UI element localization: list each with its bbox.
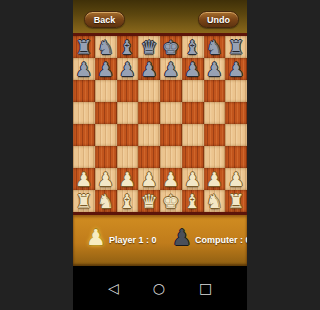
square-f7[interactable]: ♟ <box>182 58 204 80</box>
square-f3[interactable] <box>182 146 204 168</box>
square-h8[interactable]: ♜ <box>225 36 247 58</box>
square-e5[interactable] <box>160 102 182 124</box>
square-b8[interactable]: ♞ <box>95 36 117 58</box>
square-g4[interactable] <box>204 124 226 146</box>
square-g7[interactable]: ♟ <box>204 58 226 80</box>
black-piece-b: ♝ <box>119 36 136 58</box>
score-bar: ♟ Player 1 : 0 ♟ Computer : 0 <box>73 215 247 266</box>
square-b4[interactable] <box>95 124 117 146</box>
square-h5[interactable] <box>225 102 247 124</box>
black-piece-n: ♞ <box>97 36 114 58</box>
square-d8[interactable]: ♛ <box>138 36 160 58</box>
white-piece-n: ♞ <box>206 190 223 212</box>
chess-board: ♜♞♝♛♚♝♞♜♟♟♟♟♟♟♟♟♟♟♟♟♟♟♟♟♜♞♝♛♚♝♞♜ <box>73 36 247 212</box>
square-a7[interactable]: ♟ <box>73 58 95 80</box>
square-e6[interactable] <box>160 80 182 102</box>
square-c2[interactable]: ♟ <box>117 168 139 190</box>
white-piece-k: ♚ <box>162 190 179 212</box>
square-a5[interactable] <box>73 102 95 124</box>
square-h1[interactable]: ♜ <box>225 190 247 212</box>
black-piece-p: ♟ <box>119 58 136 80</box>
white-piece-p: ♟ <box>228 168 245 190</box>
square-b6[interactable] <box>95 80 117 102</box>
square-a8[interactable]: ♜ <box>73 36 95 58</box>
black-piece-r: ♜ <box>75 36 92 58</box>
android-nav-bar: ◁ ○ □ <box>73 266 247 310</box>
black-piece-k: ♚ <box>162 36 179 58</box>
square-c4[interactable] <box>117 124 139 146</box>
black-piece-b: ♝ <box>184 36 201 58</box>
white-piece-p: ♟ <box>162 168 179 190</box>
black-piece-p: ♟ <box>184 58 201 80</box>
square-b2[interactable]: ♟ <box>95 168 117 190</box>
square-d6[interactable] <box>138 80 160 102</box>
square-c7[interactable]: ♟ <box>117 58 139 80</box>
white-piece-r: ♜ <box>75 190 92 212</box>
white-piece-b: ♝ <box>119 190 136 212</box>
white-piece-b: ♝ <box>184 190 201 212</box>
white-piece-p: ♟ <box>119 168 136 190</box>
square-c8[interactable]: ♝ <box>117 36 139 58</box>
square-f6[interactable] <box>182 80 204 102</box>
square-h4[interactable] <box>225 124 247 146</box>
square-c1[interactable]: ♝ <box>117 190 139 212</box>
black-piece-n: ♞ <box>206 36 223 58</box>
square-d7[interactable]: ♟ <box>138 58 160 80</box>
black-piece-p: ♟ <box>228 58 245 80</box>
square-d4[interactable] <box>138 124 160 146</box>
board-frame: ♜♞♝♛♚♝♞♜♟♟♟♟♟♟♟♟♟♟♟♟♟♟♟♟♜♞♝♛♚♝♞♜ <box>73 33 247 215</box>
square-e3[interactable] <box>160 146 182 168</box>
square-f8[interactable]: ♝ <box>182 36 204 58</box>
black-piece-p: ♟ <box>141 58 158 80</box>
black-piece-q: ♛ <box>141 36 158 58</box>
square-a1[interactable]: ♜ <box>73 190 95 212</box>
white-piece-n: ♞ <box>97 190 114 212</box>
square-a3[interactable] <box>73 146 95 168</box>
square-h3[interactable] <box>225 146 247 168</box>
square-g5[interactable] <box>204 102 226 124</box>
white-piece-q: ♛ <box>141 190 158 212</box>
square-e1[interactable]: ♚ <box>160 190 182 212</box>
square-g3[interactable] <box>204 146 226 168</box>
computer-pawn-icon: ♟ <box>172 227 192 249</box>
square-f5[interactable] <box>182 102 204 124</box>
square-g6[interactable] <box>204 80 226 102</box>
white-piece-p: ♟ <box>97 168 114 190</box>
square-h2[interactable]: ♟ <box>225 168 247 190</box>
square-a4[interactable] <box>73 124 95 146</box>
nav-back-icon[interactable]: ◁ <box>108 281 119 295</box>
square-f1[interactable]: ♝ <box>182 190 204 212</box>
square-g1[interactable]: ♞ <box>204 190 226 212</box>
back-button[interactable]: Back <box>84 11 125 28</box>
square-g2[interactable]: ♟ <box>204 168 226 190</box>
white-piece-p: ♟ <box>184 168 201 190</box>
player-score-label: Player 1 : 0 <box>109 235 157 245</box>
square-h7[interactable]: ♟ <box>225 58 247 80</box>
square-g8[interactable]: ♞ <box>204 36 226 58</box>
square-e7[interactable]: ♟ <box>160 58 182 80</box>
square-e2[interactable]: ♟ <box>160 168 182 190</box>
square-e8[interactable]: ♚ <box>160 36 182 58</box>
square-c5[interactable] <box>117 102 139 124</box>
square-e4[interactable] <box>160 124 182 146</box>
black-piece-r: ♜ <box>228 36 245 58</box>
square-a6[interactable] <box>73 80 95 102</box>
black-piece-p: ♟ <box>97 58 114 80</box>
square-c6[interactable] <box>117 80 139 102</box>
square-b1[interactable]: ♞ <box>95 190 117 212</box>
chess-app-screen: Back Undo ♜♞♝♛♚♝♞♜♟♟♟♟♟♟♟♟♟♟♟♟♟♟♟♟♜♞♝♛♚♝… <box>73 0 247 310</box>
white-piece-p: ♟ <box>141 168 158 190</box>
nav-home-icon[interactable]: ○ <box>153 281 165 295</box>
player-pawn-icon: ♟ <box>86 227 106 249</box>
square-d5[interactable] <box>138 102 160 124</box>
white-piece-p: ♟ <box>75 168 92 190</box>
white-piece-p: ♟ <box>206 168 223 190</box>
square-f2[interactable]: ♟ <box>182 168 204 190</box>
square-b5[interactable] <box>95 102 117 124</box>
square-f4[interactable] <box>182 124 204 146</box>
square-d3[interactable] <box>138 146 160 168</box>
computer-score-label: Computer : 0 <box>195 235 247 245</box>
black-piece-p: ♟ <box>162 58 179 80</box>
undo-button[interactable]: Undo <box>198 11 239 28</box>
white-piece-r: ♜ <box>228 190 245 212</box>
square-b7[interactable]: ♟ <box>95 58 117 80</box>
square-h6[interactable] <box>225 80 247 102</box>
square-a2[interactable]: ♟ <box>73 168 95 190</box>
square-c3[interactable] <box>117 146 139 168</box>
square-d1[interactable]: ♛ <box>138 190 160 212</box>
black-piece-p: ♟ <box>75 58 92 80</box>
nav-recents-icon[interactable]: □ <box>199 281 212 295</box>
black-piece-p: ♟ <box>206 58 223 80</box>
square-b3[interactable] <box>95 146 117 168</box>
square-d2[interactable]: ♟ <box>138 168 160 190</box>
header-bar: Back Undo <box>73 0 247 33</box>
